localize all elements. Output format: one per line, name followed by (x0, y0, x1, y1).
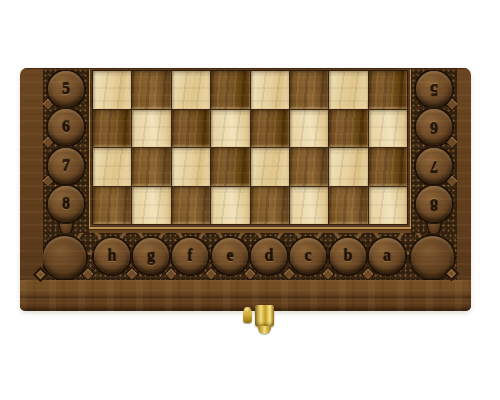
square-d7 (251, 148, 289, 186)
file-label-d: d (251, 238, 287, 274)
square-h6 (93, 110, 131, 148)
file-label-g: g (133, 238, 169, 274)
square-c8 (290, 187, 328, 225)
rank-label-left-7: 7 (48, 148, 84, 184)
latch-hasp-icon (255, 305, 274, 327)
diamond-ornament (322, 268, 333, 279)
square-c5 (290, 71, 328, 109)
square-a8 (369, 187, 407, 225)
square-f8 (172, 187, 210, 225)
file-label-c: c (290, 238, 326, 274)
file-border-bottom: h g f e d c b a (43, 233, 457, 280)
diamond-ornament (126, 268, 137, 279)
square-b7 (329, 148, 367, 186)
square-g8 (132, 187, 170, 225)
diamond-ornament (244, 268, 255, 279)
latch-hook-icon (258, 326, 271, 334)
square-e7 (211, 148, 249, 186)
file-label-b: b (330, 238, 366, 274)
latch-pin-icon (243, 310, 252, 323)
square-b8 (329, 187, 367, 225)
product-photo: 5 6 7 8 5 6 7 8 (0, 0, 500, 400)
square-b6 (329, 110, 367, 148)
square-a6 (369, 110, 407, 148)
diamond-ornament (283, 268, 294, 279)
square-h8 (93, 187, 131, 225)
square-c7 (290, 148, 328, 186)
square-g7 (132, 148, 170, 186)
diamond-ornament (205, 268, 216, 279)
square-a7 (369, 148, 407, 186)
chess-box: 5 6 7 8 5 6 7 8 (20, 68, 471, 311)
square-f7 (172, 148, 210, 186)
rank-label-right-5: 5 (416, 71, 452, 107)
file-label-f: f (172, 238, 208, 274)
square-h5 (93, 71, 131, 109)
rank-label-left-5: 5 (48, 71, 84, 107)
rank-border-left: 5 6 7 8 (43, 68, 89, 233)
diamond-ornament (82, 268, 93, 279)
half-chessboard (92, 70, 408, 225)
square-f5 (172, 71, 210, 109)
rank-label-left-6: 6 (48, 109, 84, 145)
rank-label-right-8: 8 (416, 186, 452, 222)
brass-latch (243, 304, 279, 335)
square-g5 (132, 71, 170, 109)
corner-medallion-left (43, 236, 86, 279)
file-label-h: h (94, 238, 130, 274)
rank-border-right: 5 6 7 8 (411, 68, 457, 233)
file-label-e: e (212, 238, 248, 274)
board-frame (89, 68, 411, 233)
square-a5 (369, 71, 407, 109)
square-b5 (329, 71, 367, 109)
diamond-ornament (362, 268, 373, 279)
square-e8 (211, 187, 249, 225)
rank-label-left-8: 8 (48, 186, 84, 222)
square-e5 (211, 71, 249, 109)
square-e6 (211, 110, 249, 148)
square-c6 (290, 110, 328, 148)
diamond-ornament (165, 268, 176, 279)
file-label-a: a (369, 238, 405, 274)
square-d8 (251, 187, 289, 225)
rank-label-right-6: 6 (416, 109, 452, 145)
square-h7 (93, 148, 131, 186)
square-g6 (132, 110, 170, 148)
rank-label-right-7: 7 (416, 148, 452, 184)
square-f6 (172, 110, 210, 148)
square-d5 (251, 71, 289, 109)
square-d6 (251, 110, 289, 148)
